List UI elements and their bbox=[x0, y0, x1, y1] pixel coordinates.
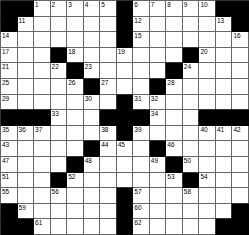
clue-number-1: 1 bbox=[35, 1, 39, 9]
clue-number-5: 5 bbox=[101, 1, 105, 9]
white-cell-r12c11[interactable]: 53 bbox=[166, 173, 183, 189]
white-cell-r7c6[interactable]: 30 bbox=[84, 95, 101, 111]
white-cell-r6c2[interactable] bbox=[18, 79, 35, 95]
white-cell-r11c7[interactable] bbox=[100, 157, 117, 173]
clue-number-43: 43 bbox=[2, 141, 9, 149]
white-cell-r10c2[interactable] bbox=[18, 141, 35, 157]
black-cell-r2c15 bbox=[232, 17, 249, 33]
black-cell-r15c14 bbox=[216, 219, 233, 235]
white-cell-r7c12[interactable] bbox=[183, 95, 200, 111]
white-cell-r6c8[interactable] bbox=[117, 79, 134, 95]
white-cell-r2c13[interactable] bbox=[199, 17, 216, 33]
white-cell-r5c13[interactable] bbox=[199, 63, 216, 79]
clue-number-32: 32 bbox=[151, 95, 158, 103]
white-cell-r11c4[interactable] bbox=[51, 157, 68, 173]
white-cell-r4c14[interactable] bbox=[216, 48, 233, 64]
white-cell-r7c14[interactable] bbox=[216, 95, 233, 111]
white-cell-r7c4[interactable] bbox=[51, 95, 68, 111]
white-cell-r2c12[interactable] bbox=[183, 17, 200, 33]
clue-number-35: 35 bbox=[2, 126, 9, 134]
white-cell-r14c13[interactable] bbox=[199, 204, 216, 220]
black-cell-r1c8 bbox=[117, 1, 134, 17]
white-cell-r15c13[interactable] bbox=[199, 219, 216, 235]
clue-number-49: 49 bbox=[151, 157, 158, 165]
white-cell-r6c1[interactable]: 25 bbox=[1, 79, 18, 95]
white-cell-r3c14[interactable] bbox=[216, 32, 233, 48]
white-cell-r3c6[interactable] bbox=[84, 32, 101, 48]
clue-number-36: 36 bbox=[19, 126, 26, 134]
black-cell-r2c1 bbox=[1, 17, 18, 33]
black-cell-r8c15 bbox=[232, 110, 249, 126]
white-cell-r2c5[interactable] bbox=[67, 17, 84, 33]
clue-number-48: 48 bbox=[85, 157, 92, 165]
black-cell-r11c5 bbox=[67, 157, 84, 173]
clue-number-27: 27 bbox=[101, 79, 108, 87]
white-cell-r4c13[interactable]: 20 bbox=[199, 48, 216, 64]
clue-number-3: 3 bbox=[68, 1, 72, 9]
white-cell-r2c6[interactable] bbox=[84, 17, 101, 33]
white-cell-r11c3[interactable] bbox=[34, 157, 51, 173]
clue-number-7: 7 bbox=[151, 1, 155, 9]
white-cell-r2c9[interactable]: 12 bbox=[133, 17, 150, 33]
white-cell-r10c13[interactable] bbox=[199, 141, 216, 157]
white-cell-r5c6[interactable]: 23 bbox=[84, 63, 101, 79]
white-cell-r13c4[interactable]: 56 bbox=[51, 188, 68, 204]
clue-number-25: 25 bbox=[2, 79, 9, 87]
clue-number-11: 11 bbox=[19, 17, 26, 25]
white-cell-r3c3[interactable] bbox=[34, 32, 51, 48]
white-cell-r13c2[interactable] bbox=[18, 188, 35, 204]
black-cell-r10c6 bbox=[84, 141, 101, 157]
white-cell-r4c7[interactable] bbox=[100, 48, 117, 64]
white-cell-r10c8[interactable]: 45 bbox=[117, 141, 134, 157]
clue-number-8: 8 bbox=[167, 1, 171, 9]
white-cell-r15c3[interactable]: 61 bbox=[34, 219, 51, 235]
white-cell-r9c1[interactable]: 35 bbox=[1, 126, 18, 142]
white-cell-r9c15[interactable]: 42 bbox=[232, 126, 249, 142]
white-cell-r1c12[interactable]: 9 bbox=[183, 1, 200, 17]
white-cell-r14c11[interactable] bbox=[166, 204, 183, 220]
black-cell-r1c1 bbox=[1, 1, 18, 17]
white-cell-r14c12[interactable] bbox=[183, 204, 200, 220]
clue-number-22: 22 bbox=[52, 63, 59, 71]
black-cell-r4c12 bbox=[183, 48, 200, 64]
clue-number-6: 6 bbox=[134, 1, 138, 9]
white-cell-r15c12[interactable] bbox=[183, 219, 200, 235]
white-cell-r9c4[interactable] bbox=[51, 126, 68, 142]
white-cell-r7c1[interactable]: 29 bbox=[1, 95, 18, 111]
white-cell-r7c9[interactable]: 31 bbox=[133, 95, 150, 111]
black-cell-r13c8 bbox=[117, 188, 134, 204]
white-cell-r3c2[interactable] bbox=[18, 32, 35, 48]
white-cell-r5c14[interactable] bbox=[216, 63, 233, 79]
white-cell-r7c11[interactable] bbox=[166, 95, 183, 111]
white-cell-r11c6[interactable]: 48 bbox=[84, 157, 101, 173]
white-cell-r3c7[interactable] bbox=[100, 32, 117, 48]
white-cell-r6c9[interactable] bbox=[133, 79, 150, 95]
white-cell-r9c6[interactable] bbox=[84, 126, 101, 142]
clue-number-30: 30 bbox=[85, 95, 92, 103]
white-cell-r11c2[interactable] bbox=[18, 157, 35, 173]
clue-number-28: 28 bbox=[167, 79, 174, 87]
white-cell-r9c9[interactable]: 39 bbox=[133, 126, 150, 142]
clue-number-15: 15 bbox=[134, 32, 141, 40]
clue-number-50: 50 bbox=[184, 157, 191, 165]
white-cell-r4c2[interactable] bbox=[18, 48, 35, 64]
clue-number-18: 18 bbox=[68, 48, 75, 56]
clue-number-55: 55 bbox=[2, 188, 9, 196]
white-cell-r10c7[interactable]: 44 bbox=[100, 141, 117, 157]
black-cell-r8c8 bbox=[117, 110, 134, 126]
black-cell-r7c8 bbox=[117, 95, 134, 111]
white-cell-r7c5[interactable] bbox=[67, 95, 84, 111]
black-cell-r15c1 bbox=[1, 219, 18, 235]
white-cell-r10c4[interactable] bbox=[51, 141, 68, 157]
white-cell-r11c10[interactable]: 49 bbox=[150, 157, 167, 173]
black-cell-r1c15 bbox=[232, 1, 249, 17]
white-cell-r9c12[interactable] bbox=[183, 126, 200, 142]
white-cell-r15c11[interactable] bbox=[166, 219, 183, 235]
black-cell-r1c2 bbox=[18, 1, 35, 17]
white-cell-r1c7[interactable]: 5 bbox=[100, 1, 117, 17]
clue-number-57: 57 bbox=[134, 188, 141, 196]
white-cell-r2c11[interactable] bbox=[166, 17, 183, 33]
white-cell-r13c15[interactable] bbox=[232, 188, 249, 204]
white-cell-r7c13[interactable] bbox=[199, 95, 216, 111]
clue-number-47: 47 bbox=[2, 157, 9, 165]
black-cell-r6c10 bbox=[150, 79, 167, 95]
clue-number-14: 14 bbox=[2, 32, 9, 40]
black-cell-r14c8 bbox=[117, 204, 134, 220]
clue-number-10: 10 bbox=[200, 1, 207, 9]
white-cell-r12c13[interactable]: 54 bbox=[199, 173, 216, 189]
white-cell-r14c10[interactable] bbox=[150, 204, 167, 220]
clue-number-41: 41 bbox=[217, 126, 224, 134]
black-cell-r8c3 bbox=[34, 110, 51, 126]
black-cell-r8c14 bbox=[216, 110, 233, 126]
white-cell-r7c2[interactable] bbox=[18, 95, 35, 111]
white-cell-r5c4[interactable]: 22 bbox=[51, 63, 68, 79]
white-cell-r9c2[interactable]: 36 bbox=[18, 126, 35, 142]
clue-number-20: 20 bbox=[200, 48, 207, 56]
clue-number-62: 62 bbox=[134, 219, 141, 227]
white-cell-r12c10[interactable] bbox=[150, 173, 167, 189]
white-cell-r9c7[interactable]: 38 bbox=[100, 126, 117, 142]
white-cell-r8c12[interactable] bbox=[183, 110, 200, 126]
white-cell-r8c10[interactable]: 34 bbox=[150, 110, 167, 126]
black-cell-r5c11 bbox=[166, 63, 183, 79]
white-cell-r2c14[interactable]: 13 bbox=[216, 17, 233, 33]
white-cell-r11c1[interactable]: 47 bbox=[1, 157, 18, 173]
white-cell-r3c13[interactable] bbox=[199, 32, 216, 48]
clue-number-45: 45 bbox=[118, 141, 125, 149]
white-cell-r13c5[interactable] bbox=[67, 188, 84, 204]
white-cell-r15c7[interactable] bbox=[100, 219, 117, 235]
white-cell-r7c10[interactable]: 32 bbox=[150, 95, 167, 111]
crossword-grid: 1234567891011121314151617181920212223242… bbox=[0, 0, 249, 235]
white-cell-r14c7[interactable] bbox=[100, 204, 117, 220]
clue-number-52: 52 bbox=[68, 173, 75, 181]
black-cell-r12c12 bbox=[183, 173, 200, 189]
clue-number-26: 26 bbox=[68, 79, 75, 87]
white-cell-r13c12[interactable]: 58 bbox=[183, 188, 200, 204]
white-cell-r9c10[interactable] bbox=[150, 126, 167, 142]
white-cell-r10c12[interactable] bbox=[183, 141, 200, 157]
white-cell-r11c14[interactable] bbox=[216, 157, 233, 173]
black-cell-r1c14 bbox=[216, 1, 233, 17]
white-cell-r11c13[interactable] bbox=[199, 157, 216, 173]
white-cell-r10c9[interactable] bbox=[133, 141, 150, 157]
black-cell-r2c8 bbox=[117, 17, 134, 33]
white-cell-r10c15[interactable] bbox=[232, 141, 249, 157]
black-cell-r4c4 bbox=[51, 48, 68, 64]
black-cell-r14c15 bbox=[232, 204, 249, 220]
white-cell-r3c1[interactable]: 14 bbox=[1, 32, 18, 48]
clue-number-40: 40 bbox=[200, 126, 207, 134]
white-cell-r15c10[interactable] bbox=[150, 219, 167, 235]
white-cell-r7c3[interactable] bbox=[34, 95, 51, 111]
white-cell-r11c8[interactable] bbox=[117, 157, 134, 173]
white-cell-r3c15[interactable]: 16 bbox=[232, 32, 249, 48]
white-cell-r1c11[interactable]: 8 bbox=[166, 1, 183, 17]
clue-number-4: 4 bbox=[85, 1, 89, 9]
white-cell-r14c3[interactable] bbox=[34, 204, 51, 220]
black-cell-r12c4 bbox=[51, 173, 68, 189]
clue-number-44: 44 bbox=[101, 141, 108, 149]
black-cell-r10c10 bbox=[150, 141, 167, 157]
white-cell-r12c7[interactable] bbox=[100, 173, 117, 189]
black-cell-r6c6 bbox=[84, 79, 101, 95]
clue-number-9: 9 bbox=[184, 1, 188, 9]
white-cell-r12c14[interactable] bbox=[216, 173, 233, 189]
white-cell-r4c8[interactable]: 19 bbox=[117, 48, 134, 64]
white-cell-r5c12[interactable]: 24 bbox=[183, 63, 200, 79]
clue-number-51: 51 bbox=[2, 173, 9, 181]
white-cell-r13c3[interactable] bbox=[34, 188, 51, 204]
white-cell-r10c1[interactable]: 43 bbox=[1, 141, 18, 157]
white-cell-r8c11[interactable] bbox=[166, 110, 183, 126]
white-cell-r4c3[interactable] bbox=[34, 48, 51, 64]
white-cell-r11c15[interactable] bbox=[232, 157, 249, 173]
black-cell-r15c2 bbox=[18, 219, 35, 235]
clue-number-2: 2 bbox=[52, 1, 56, 9]
white-cell-r2c7[interactable] bbox=[100, 17, 117, 33]
white-cell-r6c4[interactable] bbox=[51, 79, 68, 95]
white-cell-r5c8[interactable] bbox=[117, 63, 134, 79]
clue-number-29: 29 bbox=[2, 95, 9, 103]
clue-number-37: 37 bbox=[35, 126, 42, 134]
white-cell-r4c5[interactable]: 18 bbox=[67, 48, 84, 64]
white-cell-r10c5[interactable] bbox=[67, 141, 84, 157]
white-cell-r15c9[interactable]: 62 bbox=[133, 219, 150, 235]
white-cell-r1c10[interactable]: 7 bbox=[150, 1, 167, 17]
black-cell-r3c8 bbox=[117, 32, 134, 48]
clue-number-61: 61 bbox=[35, 219, 42, 227]
white-cell-r14c9[interactable]: 60 bbox=[133, 204, 150, 220]
clue-number-12: 12 bbox=[134, 17, 141, 25]
white-cell-r10c11[interactable]: 46 bbox=[166, 141, 183, 157]
white-cell-r2c2[interactable]: 11 bbox=[18, 17, 35, 33]
white-cell-r5c3[interactable] bbox=[34, 63, 51, 79]
clue-number-31: 31 bbox=[134, 95, 141, 103]
white-cell-r6c15[interactable] bbox=[232, 79, 249, 95]
white-cell-r15c4[interactable] bbox=[51, 219, 68, 235]
black-cell-r9c8 bbox=[117, 126, 134, 142]
white-cell-r13c6[interactable] bbox=[84, 188, 101, 204]
white-cell-r13c11[interactable] bbox=[166, 188, 183, 204]
black-cell-r15c8 bbox=[117, 219, 134, 235]
clue-number-21: 21 bbox=[2, 63, 9, 71]
white-cell-r2c10[interactable] bbox=[150, 17, 167, 33]
clue-number-34: 34 bbox=[151, 110, 158, 118]
white-cell-r1c5[interactable]: 3 bbox=[67, 1, 84, 17]
white-cell-r12c3[interactable] bbox=[34, 173, 51, 189]
white-cell-r11c9[interactable] bbox=[133, 157, 150, 173]
white-cell-r4c9[interactable] bbox=[133, 48, 150, 64]
white-cell-r9c14[interactable]: 41 bbox=[216, 126, 233, 142]
white-cell-r12c2[interactable] bbox=[18, 173, 35, 189]
black-cell-r8c2 bbox=[18, 110, 35, 126]
white-cell-r12c6[interactable] bbox=[84, 173, 101, 189]
white-cell-r13c1[interactable]: 55 bbox=[1, 188, 18, 204]
clue-number-39: 39 bbox=[134, 126, 141, 134]
white-cell-r6c14[interactable] bbox=[216, 79, 233, 95]
clue-number-16: 16 bbox=[233, 32, 240, 40]
black-cell-r8c9 bbox=[133, 110, 150, 126]
white-cell-r5c10[interactable] bbox=[150, 63, 167, 79]
clue-number-54: 54 bbox=[200, 173, 207, 181]
clue-number-24: 24 bbox=[184, 63, 191, 71]
white-cell-r13c13[interactable] bbox=[199, 188, 216, 204]
white-cell-r6c3[interactable] bbox=[34, 79, 51, 95]
white-cell-r12c5[interactable]: 52 bbox=[67, 173, 84, 189]
white-cell-r13c9[interactable]: 57 bbox=[133, 188, 150, 204]
clue-number-23: 23 bbox=[85, 63, 92, 71]
white-cell-r1c4[interactable]: 2 bbox=[51, 1, 68, 17]
clue-number-60: 60 bbox=[134, 204, 141, 212]
white-cell-r15c6[interactable] bbox=[84, 219, 101, 235]
white-cell-r2c4[interactable] bbox=[51, 17, 68, 33]
white-cell-r12c15[interactable] bbox=[232, 173, 249, 189]
black-cell-r15c15 bbox=[232, 219, 249, 235]
white-cell-r1c3[interactable]: 1 bbox=[34, 1, 51, 17]
white-cell-r3c5[interactable] bbox=[67, 32, 84, 48]
clue-number-58: 58 bbox=[184, 188, 191, 196]
white-cell-r6c5[interactable]: 26 bbox=[67, 79, 84, 95]
white-cell-r2c3[interactable] bbox=[34, 17, 51, 33]
white-cell-r5c9[interactable] bbox=[133, 63, 150, 79]
white-cell-r3c11[interactable] bbox=[166, 32, 183, 48]
clue-number-59: 59 bbox=[19, 204, 26, 212]
white-cell-r12c1[interactable]: 51 bbox=[1, 173, 18, 189]
white-cell-r6c11[interactable]: 28 bbox=[166, 79, 183, 95]
clue-number-46: 46 bbox=[167, 141, 174, 149]
white-cell-r7c7[interactable] bbox=[100, 95, 117, 111]
clue-number-13: 13 bbox=[217, 17, 224, 25]
clue-number-17: 17 bbox=[2, 48, 9, 56]
white-cell-r13c10[interactable] bbox=[150, 188, 167, 204]
white-cell-r12c9[interactable] bbox=[133, 173, 150, 189]
black-cell-r11c11 bbox=[166, 157, 183, 173]
white-cell-r14c6[interactable] bbox=[84, 204, 101, 220]
white-cell-r5c2[interactable] bbox=[18, 63, 35, 79]
white-cell-r9c13[interactable]: 40 bbox=[199, 126, 216, 142]
white-cell-r8c4[interactable]: 33 bbox=[51, 110, 68, 126]
white-cell-r4c1[interactable]: 17 bbox=[1, 48, 18, 64]
white-cell-r5c15[interactable] bbox=[232, 63, 249, 79]
clue-number-38: 38 bbox=[101, 126, 108, 134]
white-cell-r14c4[interactable] bbox=[51, 204, 68, 220]
white-cell-r4c6[interactable] bbox=[84, 48, 101, 64]
white-cell-r3c9[interactable]: 15 bbox=[133, 32, 150, 48]
white-cell-r14c5[interactable] bbox=[67, 204, 84, 220]
white-cell-r13c7[interactable] bbox=[100, 188, 117, 204]
black-cell-r8c13 bbox=[199, 110, 216, 126]
white-cell-r6c13[interactable] bbox=[199, 79, 216, 95]
white-cell-r14c14[interactable] bbox=[216, 204, 233, 220]
clue-number-42: 42 bbox=[233, 126, 240, 134]
white-cell-r4c15[interactable] bbox=[232, 48, 249, 64]
white-cell-r6c7[interactable]: 27 bbox=[100, 79, 117, 95]
white-cell-r3c10[interactable] bbox=[150, 32, 167, 48]
white-cell-r4c10[interactable] bbox=[150, 48, 167, 64]
clue-number-53: 53 bbox=[167, 173, 174, 181]
white-cell-r9c5[interactable] bbox=[67, 126, 84, 142]
white-cell-r5c7[interactable] bbox=[100, 63, 117, 79]
white-cell-r8c6[interactable] bbox=[84, 110, 101, 126]
black-cell-r8c1 bbox=[1, 110, 18, 126]
white-cell-r15c5[interactable] bbox=[67, 219, 84, 235]
white-cell-r5c1[interactable]: 21 bbox=[1, 63, 18, 79]
white-cell-r1c6[interactable]: 4 bbox=[84, 1, 101, 17]
clue-number-33: 33 bbox=[52, 110, 59, 118]
black-cell-r8c7 bbox=[100, 110, 117, 126]
white-cell-r10c14[interactable] bbox=[216, 141, 233, 157]
white-cell-r6c12[interactable] bbox=[183, 79, 200, 95]
black-cell-r14c1 bbox=[1, 204, 18, 220]
white-cell-r3c12[interactable] bbox=[183, 32, 200, 48]
white-cell-r8c5[interactable] bbox=[67, 110, 84, 126]
white-cell-r14c2[interactable]: 59 bbox=[18, 204, 35, 220]
white-cell-r4c11[interactable] bbox=[166, 48, 183, 64]
white-cell-r7c15[interactable] bbox=[232, 95, 249, 111]
black-cell-r5c5 bbox=[67, 63, 84, 79]
white-cell-r1c13[interactable]: 10 bbox=[199, 1, 216, 17]
white-cell-r3c4[interactable] bbox=[51, 32, 68, 48]
clue-number-19: 19 bbox=[118, 48, 125, 56]
white-cell-r10c3[interactable] bbox=[34, 141, 51, 157]
white-cell-r9c3[interactable]: 37 bbox=[34, 126, 51, 142]
white-cell-r12c8[interactable] bbox=[117, 173, 134, 189]
white-cell-r9c11[interactable] bbox=[166, 126, 183, 142]
white-cell-r13c14[interactable] bbox=[216, 188, 233, 204]
clue-number-56: 56 bbox=[52, 188, 59, 196]
white-cell-r11c12[interactable]: 50 bbox=[183, 157, 200, 173]
white-cell-r1c9[interactable]: 6 bbox=[133, 1, 150, 17]
